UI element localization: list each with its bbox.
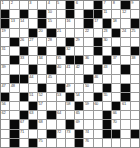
grid-cell[interactable] (10, 102, 18, 110)
grid-cell[interactable] (66, 139, 74, 147)
grid-cell[interactable] (131, 93, 139, 101)
clue-number: 14 (20, 19, 24, 23)
clue-number: 31 (2, 47, 6, 51)
grid-cell[interactable] (38, 130, 46, 138)
grid-cell[interactable] (29, 84, 37, 92)
clue-number: 55 (103, 93, 107, 97)
clue-number: 11 (103, 10, 107, 14)
clue-number: 44 (29, 75, 33, 79)
grid-cell[interactable]: 44 (29, 75, 37, 83)
black-cell (57, 84, 65, 92)
clue-number: 27 (29, 38, 33, 42)
black-cell (29, 120, 37, 128)
grid-cell[interactable]: 42 (75, 65, 83, 73)
grid-cell[interactable]: 72 (57, 130, 65, 138)
grid-cell[interactable]: 50 (84, 84, 92, 92)
grid-cell[interactable] (131, 120, 139, 128)
grid-cell[interactable]: 54 (75, 93, 83, 101)
grid-cell[interactable] (66, 29, 74, 37)
black-cell (84, 75, 92, 83)
grid-cell[interactable]: 70 (112, 120, 120, 128)
grid-cell[interactable] (1, 130, 9, 138)
black-cell (121, 84, 129, 92)
grid-cell[interactable] (1, 56, 9, 64)
grid-cell[interactable]: 7 (103, 1, 111, 9)
clue-number: 20 (39, 29, 43, 33)
grid-cell[interactable]: 29 (75, 38, 83, 46)
clue-number: 68 (39, 120, 43, 124)
clue-number: 63 (29, 111, 33, 115)
grid-cell[interactable]: 65 (75, 111, 83, 119)
clue-number: 36 (85, 56, 89, 60)
grid-cell[interactable] (75, 10, 83, 18)
clue-number: 12 (122, 10, 126, 14)
clue-number: 65 (76, 111, 80, 115)
grid-cell[interactable] (38, 38, 46, 46)
clue-number: 34 (39, 56, 43, 60)
grid-cell[interactable] (47, 47, 55, 55)
black-cell (29, 139, 37, 147)
grid-cell[interactable] (94, 139, 102, 147)
black-cell (66, 38, 74, 46)
grid-cell[interactable] (20, 84, 28, 92)
black-cell (10, 130, 18, 138)
clue-number: 24 (122, 29, 126, 33)
grid-cell[interactable] (1, 75, 9, 83)
grid-cell[interactable]: 75 (38, 139, 46, 147)
grid-cell[interactable] (75, 47, 83, 55)
grid-cell[interactable] (121, 19, 129, 27)
black-cell (38, 19, 46, 27)
grid-cell[interactable] (94, 56, 102, 64)
grid-cell[interactable]: 43 (103, 65, 111, 73)
black-cell (103, 111, 111, 119)
grid-cell[interactable]: 71 (20, 130, 28, 138)
clue-number: 40 (57, 65, 61, 69)
grid-cell[interactable] (1, 120, 9, 128)
clue-number: 46 (94, 75, 98, 79)
grid-cell[interactable] (112, 10, 120, 18)
black-cell (94, 65, 102, 73)
grid-cell[interactable] (112, 38, 120, 46)
grid-cell[interactable] (57, 120, 65, 128)
grid-cell[interactable]: 3 (29, 1, 37, 9)
grid-cell[interactable] (94, 84, 102, 92)
grid-cell[interactable] (94, 130, 102, 138)
grid-cell[interactable]: 8 (112, 1, 120, 9)
black-cell (38, 10, 46, 18)
clue-number: 3 (29, 1, 31, 5)
grid-cell[interactable]: 57 (38, 102, 46, 110)
grid-cell[interactable]: 24 (121, 29, 129, 37)
grid-cell[interactable] (84, 65, 92, 73)
grid-cell[interactable] (20, 65, 28, 73)
grid-cell[interactable]: 13 (10, 19, 18, 27)
crossword-grid: 1234567891011121314151617181920212223242… (0, 0, 140, 148)
grid-cell[interactable] (121, 38, 129, 46)
clue-number: 58 (66, 102, 70, 106)
grid-cell[interactable]: 33 (20, 56, 28, 64)
black-cell (47, 130, 55, 138)
grid-cell[interactable] (121, 130, 129, 138)
clue-number: 2 (11, 1, 13, 5)
black-cell (38, 47, 46, 55)
grid-cell[interactable] (47, 93, 55, 101)
black-cell (75, 56, 83, 64)
grid-cell[interactable]: 10 (47, 10, 55, 18)
black-cell (84, 19, 92, 27)
grid-cell[interactable] (75, 84, 83, 92)
black-cell (84, 10, 92, 18)
grid-cell[interactable] (10, 111, 18, 119)
grid-cell[interactable]: 6 (75, 1, 83, 9)
grid-cell[interactable] (131, 84, 139, 92)
grid-cell[interactable] (47, 84, 55, 92)
grid-cell[interactable] (84, 47, 92, 55)
grid-cell[interactable]: 4 (47, 1, 55, 9)
grid-cell[interactable] (121, 139, 129, 147)
clue-number: 49 (66, 84, 70, 88)
clue-number: 56 (2, 102, 6, 106)
clue-number: 13 (11, 19, 15, 23)
black-cell (112, 47, 120, 55)
grid-cell[interactable] (66, 111, 74, 119)
grid-cell[interactable] (112, 65, 120, 73)
grid-cell[interactable] (84, 93, 92, 101)
clue-number: 48 (11, 84, 15, 88)
grid-cell[interactable] (57, 139, 65, 147)
clue-number: 51 (29, 93, 33, 97)
grid-cell[interactable]: 36 (84, 56, 92, 64)
grid-cell[interactable] (75, 19, 83, 27)
grid-cell[interactable] (38, 75, 46, 83)
grid-cell[interactable]: 32 (66, 47, 74, 55)
grid-cell[interactable] (47, 102, 55, 110)
grid-cell[interactable]: 16 (66, 19, 74, 27)
grid-cell[interactable]: 74 (84, 130, 92, 138)
grid-cell[interactable] (38, 1, 46, 9)
grid-cell[interactable]: 52 (38, 93, 46, 101)
grid-cell[interactable]: 64 (57, 111, 65, 119)
clue-number: 33 (20, 56, 24, 60)
grid-cell[interactable] (29, 47, 37, 55)
clue-number: 9 (131, 1, 133, 5)
grid-cell[interactable] (29, 130, 37, 138)
grid-cell[interactable] (103, 75, 111, 83)
grid-cell[interactable] (84, 120, 92, 128)
clue-number: 42 (76, 65, 80, 69)
black-cell (121, 93, 129, 101)
grid-cell[interactable]: 53 (57, 93, 65, 101)
clue-number: 19 (2, 29, 6, 33)
grid-cell[interactable] (112, 84, 120, 92)
grid-cell[interactable]: 62 (1, 111, 9, 119)
black-cell (29, 65, 37, 73)
black-cell (75, 130, 83, 138)
grid-cell[interactable]: 76 (84, 139, 92, 147)
clue-number: 50 (85, 84, 89, 88)
clue-number: 57 (39, 102, 43, 106)
grid-cell[interactable]: 27 (29, 38, 37, 46)
grid-cell[interactable]: 2 (10, 1, 18, 9)
clue-number: 25 (131, 29, 135, 33)
clue-number: 61 (122, 102, 126, 106)
grid-cell[interactable] (29, 10, 37, 18)
clue-number: 74 (85, 130, 89, 134)
grid-cell[interactable] (131, 75, 139, 83)
black-cell (121, 1, 129, 9)
grid-cell[interactable]: 68 (38, 120, 46, 128)
clue-number: 76 (85, 139, 89, 143)
clue-number: 59 (85, 102, 89, 106)
grid-cell[interactable] (20, 1, 28, 9)
grid-cell[interactable]: 56 (1, 102, 9, 110)
black-cell (1, 10, 9, 18)
grid-cell[interactable] (20, 139, 28, 147)
grid-cell[interactable] (75, 75, 83, 83)
black-cell (121, 65, 129, 73)
black-cell (94, 47, 102, 55)
grid-cell[interactable]: 37 (112, 56, 120, 64)
grid-cell[interactable]: 61 (121, 102, 129, 110)
black-cell (66, 93, 74, 101)
clue-number: 54 (76, 93, 80, 97)
grid-cell[interactable]: 34 (38, 56, 46, 64)
clue-number: 29 (76, 38, 80, 42)
clue-number: 47 (2, 84, 6, 88)
clue-number: 37 (113, 56, 117, 60)
grid-cell[interactable]: 73 (66, 130, 74, 138)
black-cell (94, 10, 102, 18)
clue-number: 8 (113, 1, 115, 5)
grid-cell[interactable]: 47 (1, 84, 9, 92)
grid-cell[interactable] (94, 120, 102, 128)
grid-cell[interactable]: 22 (84, 29, 92, 37)
grid-cell[interactable]: 19 (1, 29, 9, 37)
black-cell (20, 93, 28, 101)
black-cell (10, 139, 18, 147)
clue-number: 64 (57, 111, 61, 115)
clue-number: 72 (57, 130, 61, 134)
black-cell (20, 111, 28, 119)
grid-cell[interactable] (121, 75, 129, 83)
grid-cell[interactable] (29, 19, 37, 27)
grid-cell[interactable] (131, 111, 139, 119)
grid-cell[interactable]: 48 (10, 84, 18, 92)
grid-cell[interactable]: 5 (57, 1, 65, 9)
clue-number: 69 (76, 120, 80, 124)
grid-cell[interactable]: 55 (103, 93, 111, 101)
black-cell (47, 29, 55, 37)
clue-number: 26 (20, 38, 24, 42)
grid-cell[interactable]: 30 (103, 38, 111, 46)
clue-number: 16 (66, 19, 70, 23)
grid-cell[interactable] (131, 102, 139, 110)
grid-cell[interactable]: 51 (29, 93, 37, 101)
black-cell (131, 19, 139, 27)
grid-cell[interactable]: 63 (29, 111, 37, 119)
grid-cell[interactable] (94, 29, 102, 37)
black-cell (57, 47, 65, 55)
black-cell (66, 56, 74, 64)
grid-cell[interactable] (66, 75, 74, 83)
grid-cell[interactable] (84, 1, 92, 9)
grid-cell[interactable] (84, 38, 92, 46)
clue-number: 53 (57, 93, 61, 97)
grid-cell[interactable] (10, 10, 18, 18)
grid-cell[interactable]: 14 (20, 19, 28, 27)
clue-number: 23 (103, 29, 107, 33)
clue-number: 41 (66, 65, 70, 69)
grid-cell[interactable] (29, 56, 37, 64)
grid-cell[interactable] (103, 47, 111, 55)
grid-cell[interactable] (75, 29, 83, 37)
grid-cell[interactable]: 59 (84, 102, 92, 110)
grid-cell[interactable] (10, 65, 18, 73)
grid-cell[interactable]: 58 (66, 102, 74, 110)
black-cell (103, 84, 111, 92)
black-cell (10, 75, 18, 83)
grid-cell[interactable] (57, 10, 65, 18)
grid-cell[interactable]: 49 (66, 84, 74, 92)
clue-number: 18 (113, 19, 117, 23)
clue-number: 45 (48, 75, 52, 79)
clue-number: 21 (57, 29, 61, 33)
grid-cell[interactable] (112, 139, 120, 147)
grid-cell[interactable] (131, 10, 139, 18)
clue-number: 35 (57, 56, 61, 60)
grid-cell[interactable]: 39 (1, 65, 9, 73)
grid-cell[interactable]: 1 (1, 1, 9, 9)
grid-cell[interactable]: 25 (131, 29, 139, 37)
black-cell (47, 111, 55, 119)
grid-cell[interactable] (57, 38, 65, 46)
clue-number: 38 (131, 56, 135, 60)
grid-cell[interactable] (121, 47, 129, 55)
grid-cell[interactable]: 38 (131, 56, 139, 64)
black-cell (10, 56, 18, 64)
grid-cell[interactable] (121, 56, 129, 64)
clue-number: 67 (20, 120, 24, 124)
grid-cell[interactable]: 66 (112, 111, 120, 119)
black-cell (103, 130, 111, 138)
grid-cell[interactable]: 35 (57, 56, 65, 64)
clue-number: 75 (39, 139, 43, 143)
grid-cell[interactable] (57, 102, 65, 110)
black-cell (29, 29, 37, 37)
grid-cell[interactable] (121, 120, 129, 128)
clue-number: 30 (103, 38, 107, 42)
clue-number: 4 (48, 1, 50, 5)
grid-cell[interactable] (20, 102, 28, 110)
grid-cell[interactable] (131, 65, 139, 73)
grid-cell[interactable]: 15 (47, 19, 55, 27)
grid-cell[interactable]: 28 (47, 38, 55, 46)
grid-cell[interactable] (112, 75, 120, 83)
grid-cell[interactable]: 45 (47, 75, 55, 83)
grid-cell[interactable] (94, 111, 102, 119)
grid-cell[interactable]: 60 (94, 102, 102, 110)
clue-number: 60 (94, 102, 98, 106)
black-cell (94, 38, 102, 46)
black-cell (103, 56, 111, 64)
grid-cell[interactable]: 17 (94, 19, 102, 27)
grid-cell[interactable]: 41 (66, 65, 74, 73)
black-cell (112, 130, 120, 138)
grid-cell[interactable] (47, 139, 55, 147)
grid-cell[interactable] (131, 139, 139, 147)
clue-number: 7 (103, 1, 105, 5)
grid-cell[interactable] (47, 120, 55, 128)
grid-cell[interactable]: 67 (20, 120, 28, 128)
grid-cell[interactable] (84, 111, 92, 119)
black-cell (112, 29, 120, 37)
black-cell (20, 10, 28, 18)
black-cell (131, 130, 139, 138)
clue-number: 70 (113, 120, 117, 124)
black-cell (20, 75, 28, 83)
grid-cell[interactable]: 12 (121, 10, 129, 18)
grid-cell[interactable] (1, 139, 9, 147)
grid-cell[interactable]: 21 (57, 29, 65, 37)
grid-cell[interactable]: 9 (131, 1, 139, 9)
grid-cell[interactable] (38, 111, 46, 119)
grid-cell[interactable] (57, 75, 65, 83)
black-cell (47, 65, 55, 73)
grid-cell[interactable]: 26 (20, 38, 28, 46)
grid-cell[interactable]: 31 (1, 47, 9, 55)
clue-number: 39 (2, 65, 6, 69)
grid-cell[interactable] (121, 111, 129, 119)
black-cell (10, 38, 18, 46)
grid-cell[interactable] (57, 19, 65, 27)
grid-cell[interactable] (47, 56, 55, 64)
black-cell (66, 1, 74, 9)
clue-number: 5 (57, 1, 59, 5)
clue-number: 71 (20, 130, 24, 134)
grid-cell[interactable]: 46 (94, 75, 102, 83)
clue-number: 17 (94, 19, 98, 23)
black-cell (29, 102, 37, 110)
clue-number: 52 (39, 93, 43, 97)
clue-number: 66 (113, 111, 117, 115)
black-cell (66, 10, 74, 18)
black-cell (10, 120, 18, 128)
grid-cell[interactable] (38, 65, 46, 73)
black-cell (20, 47, 28, 55)
grid-cell[interactable]: 18 (112, 19, 120, 27)
grid-cell[interactable]: 20 (38, 29, 46, 37)
grid-cell[interactable] (10, 47, 18, 55)
black-cell (94, 1, 102, 9)
grid-cell[interactable] (103, 102, 111, 110)
grid-cell[interactable]: 69 (75, 120, 83, 128)
clue-number: 22 (85, 29, 89, 33)
black-cell (131, 47, 139, 55)
grid-cell[interactable]: 23 (103, 29, 111, 37)
grid-cell[interactable] (10, 29, 18, 37)
grid-cell[interactable] (20, 29, 28, 37)
grid-cell[interactable] (103, 139, 111, 147)
grid-cell[interactable] (1, 38, 9, 46)
grid-cell[interactable]: 11 (103, 10, 111, 18)
grid-cell[interactable]: 40 (57, 65, 65, 73)
clue-number: 28 (48, 38, 52, 42)
grid-cell[interactable] (10, 93, 18, 101)
grid-cell[interactable] (131, 38, 139, 46)
grid-cell[interactable] (112, 93, 120, 101)
black-cell (1, 19, 9, 27)
